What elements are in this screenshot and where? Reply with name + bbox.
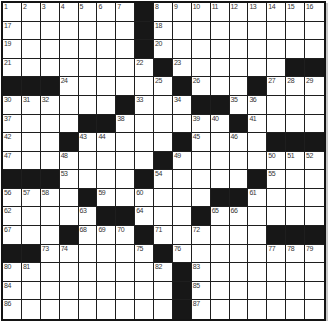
grid-cell[interactable] [135,300,154,319]
grid-cell[interactable]: 47 [3,152,22,171]
grid-cell[interactable] [135,152,154,171]
grid-cell[interactable] [97,40,116,59]
grid-cell[interactable] [173,115,192,134]
grid-cell[interactable]: 65 [211,207,230,226]
grid-cell[interactable]: 22 [135,59,154,78]
grid-cell[interactable] [192,245,211,264]
grid-cell[interactable]: 58 [41,189,60,208]
grid-cell[interactable] [211,77,230,96]
clue-number: 83 [193,263,200,271]
clue-number: 40 [212,115,219,123]
black-cell [60,226,79,245]
grid-cell[interactable]: 31 [22,96,41,115]
black-cell [41,77,60,96]
grid-cell[interactable] [79,22,98,41]
black-cell [154,245,173,264]
grid-cell[interactable] [154,282,173,301]
grid-cell[interactable] [154,115,173,134]
grid-cell[interactable] [267,115,286,134]
grid-cell[interactable] [22,40,41,59]
grid-cell[interactable] [116,152,135,171]
clue-number: 35 [231,96,238,104]
clue-number: 54 [155,170,162,178]
clue-number: 27 [268,77,275,85]
grid-cell[interactable]: 10 [192,3,211,22]
clue-number: 55 [268,170,275,178]
grid-cell[interactable] [286,22,305,41]
grid-cell[interactable] [248,40,267,59]
grid-cell[interactable] [192,189,211,208]
grid-cell[interactable] [79,59,98,78]
grid-cell[interactable] [230,40,249,59]
grid-cell[interactable] [267,189,286,208]
grid-cell[interactable] [230,245,249,264]
grid-cell[interactable] [286,282,305,301]
black-cell [154,59,173,78]
grid-cell[interactable] [41,40,60,59]
grid-cell[interactable] [41,226,60,245]
grid-cell[interactable]: 42 [3,133,22,152]
black-cell [211,96,230,115]
black-cell [135,22,154,41]
grid-cell[interactable] [192,59,211,78]
grid-cell[interactable] [22,59,41,78]
grid-cell[interactable]: 81 [22,263,41,282]
grid-cell[interactable]: 64 [135,207,154,226]
grid-cell[interactable] [60,96,79,115]
grid-cell[interactable] [79,245,98,264]
grid-cell[interactable] [305,170,324,189]
grid-cell[interactable]: 9 [173,3,192,22]
grid-cell[interactable] [211,245,230,264]
clue-number: 77 [268,245,275,253]
grid-cell[interactable] [305,22,324,41]
grid-cell[interactable]: 23 [173,59,192,78]
grid-cell[interactable]: 18 [154,22,173,41]
grid-cell[interactable]: 30 [3,96,22,115]
grid-cell[interactable] [135,115,154,134]
grid-cell[interactable] [192,40,211,59]
grid-cell[interactable] [22,152,41,171]
grid-cell[interactable] [305,263,324,282]
clue-number: 73 [42,245,49,253]
grid-cell[interactable]: 76 [173,245,192,264]
grid-cell[interactable] [230,59,249,78]
grid-cell[interactable] [305,282,324,301]
grid-cell[interactable]: 68 [79,226,98,245]
grid-cell[interactable] [211,40,230,59]
grid-cell[interactable]: 66 [230,207,249,226]
grid-cell[interactable]: 12 [230,3,249,22]
grid-cell[interactable] [97,96,116,115]
black-cell [211,189,230,208]
grid-cell[interactable] [22,226,41,245]
clue-number: 3 [42,3,45,11]
grid-cell[interactable] [286,189,305,208]
black-cell [286,59,305,78]
grid-cell[interactable] [211,152,230,171]
grid-cell[interactable] [173,207,192,226]
grid-cell[interactable] [192,22,211,41]
grid-cell[interactable]: 3 [41,3,60,22]
grid-cell[interactable] [60,115,79,134]
grid-cell[interactable] [41,207,60,226]
grid-cell[interactable] [248,226,267,245]
grid-cell[interactable]: 33 [135,96,154,115]
grid-cell[interactable] [154,300,173,319]
grid-cell[interactable] [60,59,79,78]
grid-cell[interactable]: 75 [135,245,154,264]
black-cell [79,189,98,208]
grid-cell[interactable]: 35 [230,96,249,115]
grid-cell[interactable] [22,300,41,319]
grid-cell[interactable]: 14 [267,3,286,22]
grid-cell[interactable] [267,300,286,319]
grid-cell[interactable]: 59 [97,189,116,208]
clue-number: 32 [42,96,49,104]
grid-cell[interactable]: 57 [22,189,41,208]
grid-cell[interactable]: 48 [60,152,79,171]
grid-cell[interactable] [267,96,286,115]
grid-cell[interactable]: 37 [3,115,22,134]
clue-number: 19 [4,40,11,48]
black-cell [305,226,324,245]
clue-number: 10 [193,3,200,11]
grid-cell[interactable]: 7 [116,3,135,22]
grid-cell[interactable] [305,189,324,208]
grid-cell[interactable] [211,59,230,78]
grid-cell[interactable] [286,40,305,59]
black-cell [267,133,286,152]
grid-cell[interactable]: 26 [192,77,211,96]
grid-cell[interactable]: 29 [305,77,324,96]
grid-cell[interactable]: 27 [267,77,286,96]
grid-cell[interactable] [60,263,79,282]
clue-number: 62 [4,207,11,215]
grid-cell[interactable] [41,133,60,152]
grid-cell[interactable] [97,245,116,264]
grid-cell[interactable]: 54 [154,170,173,189]
grid-cell[interactable]: 77 [267,245,286,264]
grid-cell[interactable] [230,152,249,171]
grid-cell[interactable]: 25 [154,77,173,96]
grid-cell[interactable] [211,300,230,319]
grid-cell[interactable]: 16 [305,3,324,22]
grid-cell[interactable] [97,22,116,41]
black-cell [286,133,305,152]
grid-cell[interactable] [41,300,60,319]
grid-cell[interactable] [248,282,267,301]
grid-cell[interactable]: 51 [286,152,305,171]
grid-cell[interactable] [116,59,135,78]
grid-cell[interactable]: 41 [248,115,267,134]
grid-cell[interactable] [97,59,116,78]
grid-cell[interactable] [286,170,305,189]
black-cell [154,152,173,171]
grid-cell[interactable] [116,170,135,189]
grid-cell[interactable] [230,170,249,189]
grid-cell[interactable]: 85 [192,282,211,301]
grid-cell[interactable] [41,22,60,41]
grid-cell[interactable] [60,207,79,226]
grid-cell[interactable] [305,300,324,319]
grid-cell[interactable]: 38 [116,115,135,134]
grid-cell[interactable] [116,282,135,301]
grid-cell[interactable] [286,115,305,134]
grid-cell[interactable] [286,207,305,226]
grid-cell[interactable] [173,22,192,41]
grid-cell[interactable] [173,226,192,245]
clue-number: 30 [4,96,11,104]
grid-cell[interactable]: 84 [3,282,22,301]
grid-cell[interactable] [97,152,116,171]
grid-cell[interactable] [173,189,192,208]
grid-cell[interactable] [230,263,249,282]
clue-number: 16 [306,3,313,11]
grid-cell[interactable] [211,170,230,189]
grid-cell[interactable] [41,115,60,134]
grid-cell[interactable] [286,300,305,319]
grid-cell[interactable] [116,263,135,282]
grid-cell[interactable] [192,152,211,171]
grid-cell[interactable] [305,207,324,226]
grid-cell[interactable] [41,282,60,301]
grid-cell[interactable]: 17 [3,22,22,41]
clue-number: 82 [155,263,162,271]
grid-cell[interactable]: 4 [60,3,79,22]
grid-cell[interactable] [116,300,135,319]
grid-cell[interactable]: 13 [248,3,267,22]
grid-cell[interactable] [60,282,79,301]
clue-number: 80 [4,263,11,271]
grid-cell[interactable] [173,40,192,59]
grid-cell[interactable] [22,207,41,226]
grid-cell[interactable] [248,245,267,264]
clue-number: 34 [174,96,181,104]
grid-cell[interactable] [97,282,116,301]
grid-cell[interactable]: 2 [22,3,41,22]
grid-cell[interactable] [22,22,41,41]
grid-cell[interactable]: 8 [154,3,173,22]
grid-cell[interactable] [267,22,286,41]
clue-number: 42 [4,133,11,141]
grid-cell[interactable]: 15 [286,3,305,22]
grid-cell[interactable]: 28 [286,77,305,96]
grid-cell[interactable]: 45 [192,133,211,152]
grid-cell[interactable]: 44 [97,133,116,152]
grid-cell[interactable] [173,170,192,189]
grid-cell[interactable] [248,133,267,152]
grid-cell[interactable] [230,226,249,245]
grid-cell[interactable]: 80 [3,263,22,282]
black-cell [173,300,192,319]
clue-number: 48 [61,152,68,160]
grid-cell[interactable]: 71 [154,226,173,245]
grid-cell[interactable] [211,226,230,245]
grid-cell[interactable]: 73 [41,245,60,264]
black-cell [97,115,116,134]
grid-cell[interactable]: 6 [97,3,116,22]
clue-number: 84 [4,282,11,290]
grid-cell[interactable] [248,152,267,171]
grid-cell[interactable] [116,22,135,41]
grid-cell[interactable]: 67 [3,226,22,245]
grid-cell[interactable]: 20 [154,40,173,59]
grid-cell[interactable] [41,152,60,171]
grid-cell[interactable] [154,133,173,152]
grid-cell[interactable] [305,115,324,134]
black-cell [173,133,192,152]
clue-number: 44 [98,133,105,141]
grid-cell[interactable] [22,282,41,301]
grid-cell[interactable]: 1 [3,3,22,22]
grid-cell[interactable] [60,300,79,319]
grid-cell[interactable] [135,133,154,152]
clue-number: 28 [287,77,294,85]
grid-cell[interactable]: 83 [192,263,211,282]
grid-cell[interactable] [248,22,267,41]
clue-number: 13 [249,3,256,11]
grid-cell[interactable] [116,189,135,208]
grid-cell[interactable] [305,96,324,115]
black-cell [79,115,98,134]
grid-cell[interactable] [230,77,249,96]
grid-cell[interactable]: 53 [60,170,79,189]
grid-cell[interactable]: 56 [3,189,22,208]
clue-number: 24 [61,77,68,85]
grid-cell[interactable] [79,152,98,171]
grid-cell[interactable] [97,300,116,319]
grid-cell[interactable] [22,115,41,134]
grid-cell[interactable]: 78 [286,245,305,264]
clue-number: 87 [193,300,200,308]
grid-cell[interactable]: 24 [60,77,79,96]
black-cell [248,170,267,189]
clue-number: 21 [4,59,11,67]
grid-cell[interactable]: 40 [211,115,230,134]
grid-cell[interactable]: 43 [79,133,98,152]
grid-cell[interactable]: 32 [41,96,60,115]
grid-cell[interactable]: 60 [135,189,154,208]
grid-cell[interactable] [248,300,267,319]
grid-cell[interactable]: 50 [267,152,286,171]
grid-cell[interactable]: 39 [192,115,211,134]
grid-cell[interactable] [211,22,230,41]
grid-cell[interactable] [79,96,98,115]
grid-cell[interactable]: 36 [248,96,267,115]
grid-cell[interactable]: 34 [173,96,192,115]
grid-cell[interactable] [79,282,98,301]
grid-cell[interactable] [286,263,305,282]
grid-cell[interactable]: 62 [3,207,22,226]
grid-cell[interactable] [267,282,286,301]
clue-number: 18 [155,22,162,30]
grid-cell[interactable] [116,77,135,96]
grid-cell[interactable] [286,96,305,115]
clue-number: 56 [4,189,11,197]
grid-cell[interactable] [41,263,60,282]
grid-cell[interactable] [192,170,211,189]
grid-cell[interactable] [116,245,135,264]
grid-cell[interactable]: 49 [173,152,192,171]
grid-cell[interactable] [267,263,286,282]
grid-cell[interactable]: 79 [305,245,324,264]
grid-cell[interactable]: 61 [248,189,267,208]
grid-cell[interactable]: 69 [97,226,116,245]
grid-cell[interactable] [248,59,267,78]
grid-cell[interactable]: 70 [116,226,135,245]
black-cell [286,226,305,245]
grid-cell[interactable]: 82 [154,263,173,282]
grid-cell[interactable]: 46 [230,133,249,152]
grid-cell[interactable]: 19 [3,40,22,59]
grid-cell[interactable] [248,207,267,226]
clue-number: 70 [117,226,124,234]
grid-cell[interactable] [60,189,79,208]
clue-number: 31 [23,96,30,104]
grid-cell[interactable]: 72 [192,226,211,245]
grid-cell[interactable] [79,263,98,282]
grid-cell[interactable]: 11 [211,3,230,22]
grid-cell[interactable] [248,263,267,282]
grid-cell[interactable] [97,263,116,282]
grid-cell[interactable]: 74 [60,245,79,264]
black-cell [192,207,211,226]
grid-cell[interactable] [230,300,249,319]
grid-cell[interactable] [154,189,173,208]
grid-cell[interactable] [97,77,116,96]
grid-cell[interactable] [79,40,98,59]
grid-cell[interactable] [135,263,154,282]
grid-cell[interactable] [79,170,98,189]
black-cell [3,77,22,96]
black-cell [97,207,116,226]
grid-cell[interactable] [60,22,79,41]
grid-cell[interactable]: 87 [192,300,211,319]
grid-cell[interactable]: 5 [79,3,98,22]
grid-cell[interactable]: 86 [3,300,22,319]
clue-number: 49 [174,152,181,160]
grid-cell[interactable] [305,40,324,59]
grid-cell[interactable] [211,133,230,152]
grid-cell[interactable] [230,22,249,41]
grid-cell[interactable] [267,59,286,78]
grid-cell[interactable] [116,40,135,59]
grid-cell[interactable] [97,170,116,189]
grid-cell[interactable] [230,282,249,301]
grid-cell[interactable] [154,96,173,115]
grid-cell[interactable] [267,40,286,59]
grid-cell[interactable]: 63 [79,207,98,226]
grid-cell[interactable] [211,282,230,301]
grid-cell[interactable] [79,77,98,96]
grid-cell[interactable]: 55 [267,170,286,189]
grid-cell[interactable] [211,263,230,282]
grid-cell[interactable] [79,300,98,319]
grid-cell[interactable] [116,133,135,152]
grid-cell[interactable] [154,207,173,226]
grid-cell[interactable] [60,40,79,59]
grid-cell[interactable] [22,133,41,152]
clue-number: 15 [287,3,294,11]
grid-cell[interactable] [135,77,154,96]
grid-cell[interactable] [41,59,60,78]
grid-cell[interactable] [267,207,286,226]
grid-cell[interactable]: 52 [305,152,324,171]
clue-number: 68 [80,226,87,234]
grid-cell[interactable] [135,282,154,301]
grid-cell[interactable]: 21 [3,59,22,78]
